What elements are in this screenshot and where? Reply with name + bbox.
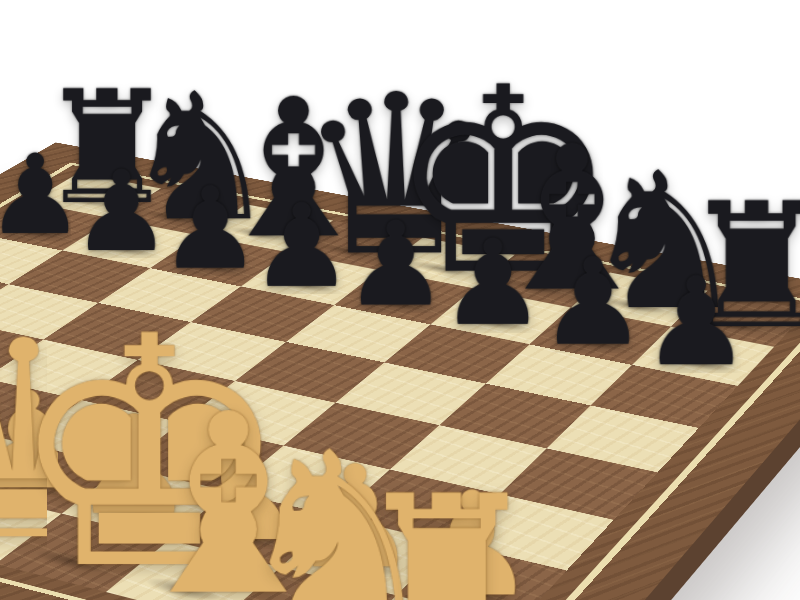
piece-white-king-e1: ♚ [7,295,134,600]
chess-board: ♜♞♝♛♚♝♞♜♟♟♟♟♟♟♟♟♟♟♟♟♟♟♟♟♜♞♝♛♚♝♞♜ [0,142,800,600]
square-h5 [547,405,699,472]
piece-white-rook-h1: ♜ [350,468,485,600]
piece-white-bishop-f1: ♝ [117,381,247,600]
chess-set-photo: ♜♞♝♛♚♝♞♜♟♟♟♟♟♟♟♟♟♟♟♟♟♟♟♟♜♞♝♛♚♝♞♜ [0,0,800,600]
square-h1: ♜ [339,596,516,600]
piece-white-knight-g1: ♞ [231,421,363,600]
board-inlay-border: ♜♞♝♛♚♝♞♜♟♟♟♟♟♟♟♟♟♟♟♟♟♟♟♟♜♞♝♛♚♝♞♜ [0,162,800,600]
board-squares: ♜♞♝♛♚♝♞♜♟♟♟♟♟♟♟♟♟♟♟♟♟♟♟♟♜♞♝♛♚♝♞♜ [0,173,800,600]
piece-black-pawn-h7: ♟ [641,261,752,383]
